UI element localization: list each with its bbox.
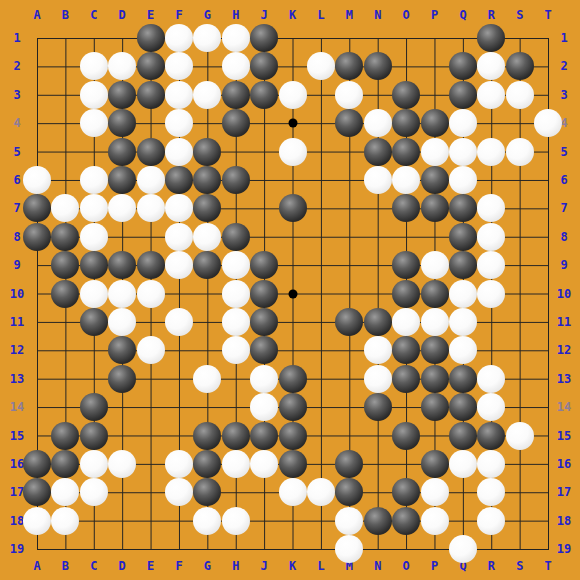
black-stone-R1 bbox=[477, 24, 505, 52]
white-stone-N4 bbox=[364, 109, 392, 137]
white-stone-M18 bbox=[335, 507, 363, 535]
black-stone-G6 bbox=[193, 166, 221, 194]
white-stone-F8 bbox=[165, 223, 193, 251]
row-label-left-12: 12 bbox=[10, 344, 24, 356]
row-label-left-6: 6 bbox=[13, 174, 20, 186]
black-stone-N14 bbox=[364, 393, 392, 421]
col-label-top-G: G bbox=[204, 9, 211, 21]
black-stone-D9 bbox=[108, 251, 136, 279]
col-label-bottom-C: C bbox=[90, 560, 97, 572]
row-label-right-12: 12 bbox=[557, 344, 571, 356]
white-stone-M19 bbox=[335, 535, 363, 563]
row-label-left-8: 8 bbox=[13, 231, 20, 243]
black-stone-P7 bbox=[421, 194, 449, 222]
white-stone-F9 bbox=[165, 251, 193, 279]
white-stone-A6 bbox=[23, 166, 51, 194]
col-label-bottom-J: J bbox=[261, 560, 268, 572]
black-stone-Q14 bbox=[449, 393, 477, 421]
white-stone-K5 bbox=[279, 138, 307, 166]
go-app-window: ABCDEFGHJKLMNOPQRST ABCDEFGHJKLMNOPQRST … bbox=[0, 0, 580, 580]
row-label-left-5: 5 bbox=[13, 146, 20, 158]
white-stone-Q19 bbox=[449, 535, 477, 563]
white-stone-N13 bbox=[364, 365, 392, 393]
black-stone-O10 bbox=[392, 280, 420, 308]
row-label-left-4: 4 bbox=[13, 117, 20, 129]
black-stone-N2 bbox=[364, 52, 392, 80]
row-label-right-5: 5 bbox=[560, 146, 567, 158]
black-stone-D6 bbox=[108, 166, 136, 194]
white-stone-R9 bbox=[477, 251, 505, 279]
black-stone-H15 bbox=[222, 422, 250, 450]
row-label-left-13: 13 bbox=[10, 373, 24, 385]
black-stone-A17 bbox=[23, 478, 51, 506]
white-stone-C4 bbox=[80, 109, 108, 137]
white-stone-H2 bbox=[222, 52, 250, 80]
white-stone-D11 bbox=[108, 308, 136, 336]
white-stone-Q4 bbox=[449, 109, 477, 137]
white-stone-B17 bbox=[51, 478, 79, 506]
black-stone-P13 bbox=[421, 365, 449, 393]
row-label-right-1: 1 bbox=[560, 32, 567, 44]
white-stone-R18 bbox=[477, 507, 505, 535]
black-stone-C11 bbox=[80, 308, 108, 336]
row-label-left-14: 14 bbox=[10, 401, 24, 413]
white-stone-B7 bbox=[51, 194, 79, 222]
col-label-bottom-H: H bbox=[232, 560, 239, 572]
black-stone-E9 bbox=[137, 251, 165, 279]
row-label-left-2: 2 bbox=[13, 60, 20, 72]
col-label-top-A: A bbox=[33, 9, 40, 21]
black-stone-D13 bbox=[108, 365, 136, 393]
row-label-right-8: 8 bbox=[560, 231, 567, 243]
black-stone-J3 bbox=[250, 81, 278, 109]
black-stone-N5 bbox=[364, 138, 392, 166]
white-stone-P9 bbox=[421, 251, 449, 279]
white-stone-F16 bbox=[165, 450, 193, 478]
row-label-right-9: 9 bbox=[560, 259, 567, 271]
white-stone-R16 bbox=[477, 450, 505, 478]
white-stone-E6 bbox=[137, 166, 165, 194]
black-stone-R15 bbox=[477, 422, 505, 450]
white-stone-R3 bbox=[477, 81, 505, 109]
row-label-right-16: 16 bbox=[557, 458, 571, 470]
white-stone-Q6 bbox=[449, 166, 477, 194]
white-stone-G13 bbox=[193, 365, 221, 393]
star-point-K4 bbox=[288, 119, 297, 128]
white-stone-Q5 bbox=[449, 138, 477, 166]
row-label-right-7: 7 bbox=[560, 202, 567, 214]
row-label-right-13: 13 bbox=[557, 373, 571, 385]
row-label-right-2: 2 bbox=[560, 60, 567, 72]
white-stone-O11 bbox=[392, 308, 420, 336]
black-stone-D12 bbox=[108, 336, 136, 364]
col-label-top-P: P bbox=[431, 9, 438, 21]
black-stone-E3 bbox=[137, 81, 165, 109]
white-stone-H11 bbox=[222, 308, 250, 336]
black-stone-Q8 bbox=[449, 223, 477, 251]
black-stone-M4 bbox=[335, 109, 363, 137]
white-stone-J14 bbox=[250, 393, 278, 421]
col-label-bottom-F: F bbox=[175, 560, 182, 572]
black-stone-M11 bbox=[335, 308, 363, 336]
white-stone-G18 bbox=[193, 507, 221, 535]
black-stone-B16 bbox=[51, 450, 79, 478]
col-label-top-N: N bbox=[374, 9, 381, 21]
black-stone-M17 bbox=[335, 478, 363, 506]
row-label-left-7: 7 bbox=[13, 202, 20, 214]
col-label-top-O: O bbox=[403, 9, 410, 21]
star-point-K10 bbox=[288, 289, 297, 298]
col-label-bottom-T: T bbox=[545, 560, 552, 572]
white-stone-D16 bbox=[108, 450, 136, 478]
col-label-top-R: R bbox=[488, 9, 495, 21]
white-stone-H10 bbox=[222, 280, 250, 308]
col-label-bottom-E: E bbox=[147, 560, 154, 572]
black-stone-C15 bbox=[80, 422, 108, 450]
black-stone-O17 bbox=[392, 478, 420, 506]
black-stone-H3 bbox=[222, 81, 250, 109]
col-label-top-J: J bbox=[261, 9, 268, 21]
white-stone-C16 bbox=[80, 450, 108, 478]
col-label-top-B: B bbox=[62, 9, 69, 21]
white-stone-C8 bbox=[80, 223, 108, 251]
black-stone-J15 bbox=[250, 422, 278, 450]
black-stone-D5 bbox=[108, 138, 136, 166]
row-label-right-17: 17 bbox=[557, 486, 571, 498]
black-stone-J11 bbox=[250, 308, 278, 336]
col-label-bottom-G: G bbox=[204, 560, 211, 572]
white-stone-F1 bbox=[165, 24, 193, 52]
col-label-top-K: K bbox=[289, 9, 296, 21]
white-stone-B18 bbox=[51, 507, 79, 535]
black-stone-O5 bbox=[392, 138, 420, 166]
white-stone-R5 bbox=[477, 138, 505, 166]
black-stone-G15 bbox=[193, 422, 221, 450]
row-label-left-19: 19 bbox=[10, 543, 24, 555]
row-label-left-1: 1 bbox=[13, 32, 20, 44]
black-stone-O13 bbox=[392, 365, 420, 393]
white-stone-Q10 bbox=[449, 280, 477, 308]
col-label-top-Q: Q bbox=[459, 9, 466, 21]
black-stone-O4 bbox=[392, 109, 420, 137]
white-stone-C3 bbox=[80, 81, 108, 109]
black-stone-E2 bbox=[137, 52, 165, 80]
white-stone-N6 bbox=[364, 166, 392, 194]
black-stone-K14 bbox=[279, 393, 307, 421]
black-stone-K16 bbox=[279, 450, 307, 478]
white-stone-E10 bbox=[137, 280, 165, 308]
black-stone-G16 bbox=[193, 450, 221, 478]
white-stone-S5 bbox=[506, 138, 534, 166]
row-label-left-3: 3 bbox=[13, 89, 20, 101]
black-stone-F6 bbox=[165, 166, 193, 194]
white-stone-F4 bbox=[165, 109, 193, 137]
black-stone-N11 bbox=[364, 308, 392, 336]
col-label-bottom-N: N bbox=[374, 560, 381, 572]
white-stone-K3 bbox=[279, 81, 307, 109]
black-stone-Q2 bbox=[449, 52, 477, 80]
col-label-bottom-P: P bbox=[431, 560, 438, 572]
black-stone-S2 bbox=[506, 52, 534, 80]
black-stone-M16 bbox=[335, 450, 363, 478]
black-stone-G9 bbox=[193, 251, 221, 279]
white-stone-S3 bbox=[506, 81, 534, 109]
black-stone-Q13 bbox=[449, 365, 477, 393]
col-label-bottom-O: O bbox=[403, 560, 410, 572]
white-stone-M3 bbox=[335, 81, 363, 109]
black-stone-C9 bbox=[80, 251, 108, 279]
white-stone-Q12 bbox=[449, 336, 477, 364]
white-stone-F3 bbox=[165, 81, 193, 109]
white-stone-H1 bbox=[222, 24, 250, 52]
white-stone-E7 bbox=[137, 194, 165, 222]
row-label-right-14: 14 bbox=[557, 401, 571, 413]
white-stone-H12 bbox=[222, 336, 250, 364]
black-stone-C14 bbox=[80, 393, 108, 421]
black-stone-A8 bbox=[23, 223, 51, 251]
white-stone-R13 bbox=[477, 365, 505, 393]
black-stone-P4 bbox=[421, 109, 449, 137]
black-stone-O12 bbox=[392, 336, 420, 364]
col-label-bottom-D: D bbox=[119, 560, 126, 572]
black-stone-Q7 bbox=[449, 194, 477, 222]
black-stone-H8 bbox=[222, 223, 250, 251]
row-label-right-11: 11 bbox=[557, 316, 571, 328]
white-stone-G8 bbox=[193, 223, 221, 251]
black-stone-J10 bbox=[250, 280, 278, 308]
black-stone-M2 bbox=[335, 52, 363, 80]
black-stone-O15 bbox=[392, 422, 420, 450]
white-stone-F11 bbox=[165, 308, 193, 336]
row-label-left-9: 9 bbox=[13, 259, 20, 271]
black-stone-J1 bbox=[250, 24, 278, 52]
black-stone-E5 bbox=[137, 138, 165, 166]
white-stone-D2 bbox=[108, 52, 136, 80]
col-label-bottom-K: K bbox=[289, 560, 296, 572]
white-stone-R2 bbox=[477, 52, 505, 80]
white-stone-R10 bbox=[477, 280, 505, 308]
col-label-top-T: T bbox=[545, 9, 552, 21]
col-label-top-H: H bbox=[232, 9, 239, 21]
black-stone-D4 bbox=[108, 109, 136, 137]
row-label-right-10: 10 bbox=[557, 288, 571, 300]
white-stone-D7 bbox=[108, 194, 136, 222]
col-label-top-M: M bbox=[346, 9, 353, 21]
row-label-right-3: 3 bbox=[560, 89, 567, 101]
white-stone-O6 bbox=[392, 166, 420, 194]
white-stone-C17 bbox=[80, 478, 108, 506]
col-label-top-D: D bbox=[119, 9, 126, 21]
row-label-left-10: 10 bbox=[10, 288, 24, 300]
black-stone-A16 bbox=[23, 450, 51, 478]
white-stone-H9 bbox=[222, 251, 250, 279]
col-label-top-L: L bbox=[317, 9, 324, 21]
white-stone-L2 bbox=[307, 52, 335, 80]
white-stone-L17 bbox=[307, 478, 335, 506]
white-stone-C2 bbox=[80, 52, 108, 80]
black-stone-Q15 bbox=[449, 422, 477, 450]
black-stone-G17 bbox=[193, 478, 221, 506]
black-stone-K15 bbox=[279, 422, 307, 450]
black-stone-K13 bbox=[279, 365, 307, 393]
col-label-top-E: E bbox=[147, 9, 154, 21]
white-stone-C10 bbox=[80, 280, 108, 308]
black-stone-P12 bbox=[421, 336, 449, 364]
black-stone-B15 bbox=[51, 422, 79, 450]
white-stone-R8 bbox=[477, 223, 505, 251]
white-stone-R14 bbox=[477, 393, 505, 421]
col-label-bottom-R: R bbox=[488, 560, 495, 572]
col-label-bottom-L: L bbox=[317, 560, 324, 572]
white-stone-F7 bbox=[165, 194, 193, 222]
white-stone-C7 bbox=[80, 194, 108, 222]
white-stone-P11 bbox=[421, 308, 449, 336]
black-stone-K7 bbox=[279, 194, 307, 222]
white-stone-G3 bbox=[193, 81, 221, 109]
black-stone-P14 bbox=[421, 393, 449, 421]
col-label-top-C: C bbox=[90, 9, 97, 21]
black-stone-J2 bbox=[250, 52, 278, 80]
white-stone-P18 bbox=[421, 507, 449, 535]
white-stone-F17 bbox=[165, 478, 193, 506]
white-stone-G1 bbox=[193, 24, 221, 52]
col-label-top-S: S bbox=[516, 9, 523, 21]
white-stone-Q16 bbox=[449, 450, 477, 478]
white-stone-A18 bbox=[23, 507, 51, 535]
white-stone-P17 bbox=[421, 478, 449, 506]
white-stone-K17 bbox=[279, 478, 307, 506]
black-stone-B8 bbox=[51, 223, 79, 251]
black-stone-H6 bbox=[222, 166, 250, 194]
black-stone-D3 bbox=[108, 81, 136, 109]
black-stone-E1 bbox=[137, 24, 165, 52]
white-stone-J16 bbox=[250, 450, 278, 478]
col-label-bottom-A: A bbox=[33, 560, 40, 572]
black-stone-J12 bbox=[250, 336, 278, 364]
black-stone-O7 bbox=[392, 194, 420, 222]
white-stone-H16 bbox=[222, 450, 250, 478]
black-stone-H4 bbox=[222, 109, 250, 137]
black-stone-B9 bbox=[51, 251, 79, 279]
white-stone-D10 bbox=[108, 280, 136, 308]
row-label-right-19: 19 bbox=[557, 543, 571, 555]
white-stone-N12 bbox=[364, 336, 392, 364]
black-stone-N18 bbox=[364, 507, 392, 535]
white-stone-S15 bbox=[506, 422, 534, 450]
white-stone-Q11 bbox=[449, 308, 477, 336]
row-label-right-6: 6 bbox=[560, 174, 567, 186]
white-stone-R17 bbox=[477, 478, 505, 506]
white-stone-F2 bbox=[165, 52, 193, 80]
col-label-top-F: F bbox=[175, 9, 182, 21]
white-stone-C6 bbox=[80, 166, 108, 194]
black-stone-P16 bbox=[421, 450, 449, 478]
white-stone-F5 bbox=[165, 138, 193, 166]
col-label-bottom-S: S bbox=[516, 560, 523, 572]
black-stone-O3 bbox=[392, 81, 420, 109]
black-stone-G5 bbox=[193, 138, 221, 166]
white-stone-J13 bbox=[250, 365, 278, 393]
white-stone-T4 bbox=[534, 109, 562, 137]
black-stone-O18 bbox=[392, 507, 420, 535]
row-label-left-15: 15 bbox=[10, 430, 24, 442]
white-stone-R7 bbox=[477, 194, 505, 222]
black-stone-P6 bbox=[421, 166, 449, 194]
black-stone-J9 bbox=[250, 251, 278, 279]
black-stone-O9 bbox=[392, 251, 420, 279]
row-label-right-18: 18 bbox=[557, 515, 571, 527]
row-label-right-15: 15 bbox=[557, 430, 571, 442]
white-stone-P5 bbox=[421, 138, 449, 166]
white-stone-H18 bbox=[222, 507, 250, 535]
white-stone-E12 bbox=[137, 336, 165, 364]
black-stone-P10 bbox=[421, 280, 449, 308]
row-label-left-11: 11 bbox=[10, 316, 24, 328]
black-stone-B10 bbox=[51, 280, 79, 308]
black-stone-A7 bbox=[23, 194, 51, 222]
black-stone-Q9 bbox=[449, 251, 477, 279]
col-label-bottom-B: B bbox=[62, 560, 69, 572]
black-stone-Q3 bbox=[449, 81, 477, 109]
black-stone-G7 bbox=[193, 194, 221, 222]
